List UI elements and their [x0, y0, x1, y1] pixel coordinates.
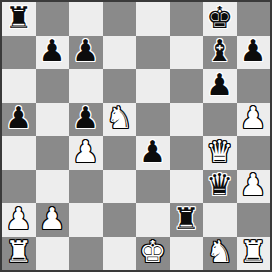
- square-e5[interactable]: [136, 103, 170, 137]
- square-g1[interactable]: ♞: [203, 237, 237, 271]
- square-g5[interactable]: [203, 103, 237, 137]
- square-h5[interactable]: ♟: [237, 103, 271, 137]
- square-c6[interactable]: [69, 69, 103, 103]
- chess-board: ♜♚♟♟♝♟♟♟♟♞♟♟♟♛♛♟♟♟♜♜♚♞♜: [2, 2, 270, 270]
- piece-white-knight: ♞: [106, 103, 133, 133]
- square-h2[interactable]: [237, 203, 271, 237]
- piece-black-pawn: ♟: [72, 36, 99, 66]
- square-d1[interactable]: [103, 237, 137, 271]
- square-h8[interactable]: [237, 2, 271, 36]
- piece-white-rook: ♜: [5, 237, 32, 267]
- square-c7[interactable]: ♟: [69, 36, 103, 70]
- square-a1[interactable]: ♜: [2, 237, 36, 271]
- piece-black-pawn: ♟: [72, 103, 99, 133]
- square-h7[interactable]: ♟: [237, 36, 271, 70]
- piece-black-rook: ♜: [173, 204, 200, 234]
- square-e7[interactable]: [136, 36, 170, 70]
- square-c3[interactable]: [69, 170, 103, 204]
- square-d5[interactable]: ♞: [103, 103, 137, 137]
- square-f6[interactable]: [170, 69, 204, 103]
- square-b2[interactable]: ♟: [36, 203, 70, 237]
- square-c1[interactable]: [69, 237, 103, 271]
- square-g4[interactable]: ♛: [203, 136, 237, 170]
- square-a3[interactable]: [2, 170, 36, 204]
- square-h6[interactable]: [237, 69, 271, 103]
- square-e1[interactable]: ♚: [136, 237, 170, 271]
- square-f3[interactable]: [170, 170, 204, 204]
- square-f1[interactable]: [170, 237, 204, 271]
- square-e6[interactable]: [136, 69, 170, 103]
- square-g6[interactable]: ♟: [203, 69, 237, 103]
- square-b4[interactable]: [36, 136, 70, 170]
- piece-white-pawn: ♟: [72, 137, 99, 167]
- piece-black-pawn: ♟: [240, 36, 267, 66]
- square-f2[interactable]: ♜: [170, 203, 204, 237]
- square-c2[interactable]: [69, 203, 103, 237]
- square-a6[interactable]: [2, 69, 36, 103]
- square-e2[interactable]: [136, 203, 170, 237]
- square-a7[interactable]: [2, 36, 36, 70]
- piece-black-pawn: ♟: [206, 70, 233, 100]
- square-a4[interactable]: [2, 136, 36, 170]
- square-h1[interactable]: ♜: [237, 237, 271, 271]
- square-b5[interactable]: [36, 103, 70, 137]
- square-d8[interactable]: [103, 2, 137, 36]
- square-e8[interactable]: [136, 2, 170, 36]
- square-a5[interactable]: ♟: [2, 103, 36, 137]
- piece-white-pawn: ♟: [240, 170, 267, 200]
- piece-white-pawn: ♟: [5, 204, 32, 234]
- square-g8[interactable]: ♚: [203, 2, 237, 36]
- square-g3[interactable]: ♛: [203, 170, 237, 204]
- piece-black-pawn: ♟: [39, 36, 66, 66]
- square-b7[interactable]: ♟: [36, 36, 70, 70]
- square-c5[interactable]: ♟: [69, 103, 103, 137]
- square-d2[interactable]: [103, 203, 137, 237]
- square-f4[interactable]: [170, 136, 204, 170]
- piece-white-rook: ♜: [240, 237, 267, 267]
- square-a8[interactable]: ♜: [2, 2, 36, 36]
- square-e4[interactable]: ♟: [136, 136, 170, 170]
- piece-black-pawn: ♟: [139, 137, 166, 167]
- piece-white-knight: ♞: [206, 237, 233, 267]
- square-d4[interactable]: [103, 136, 137, 170]
- square-b3[interactable]: [36, 170, 70, 204]
- piece-black-bishop: ♝: [206, 36, 233, 66]
- square-a2[interactable]: ♟: [2, 203, 36, 237]
- square-b1[interactable]: [36, 237, 70, 271]
- square-e3[interactable]: [136, 170, 170, 204]
- square-g7[interactable]: ♝: [203, 36, 237, 70]
- piece-white-king: ♚: [139, 237, 166, 267]
- square-c8[interactable]: [69, 2, 103, 36]
- piece-white-pawn: ♟: [39, 204, 66, 234]
- square-g2[interactable]: [203, 203, 237, 237]
- square-c4[interactable]: ♟: [69, 136, 103, 170]
- piece-black-king: ♚: [206, 3, 233, 33]
- square-d3[interactable]: [103, 170, 137, 204]
- piece-black-rook: ♜: [5, 3, 32, 33]
- square-h4[interactable]: [237, 136, 271, 170]
- square-b6[interactable]: [36, 69, 70, 103]
- piece-black-pawn: ♟: [5, 103, 32, 133]
- square-f8[interactable]: [170, 2, 204, 36]
- square-f5[interactable]: [170, 103, 204, 137]
- piece-white-pawn: ♟: [240, 103, 267, 133]
- square-d6[interactable]: [103, 69, 137, 103]
- square-d7[interactable]: [103, 36, 137, 70]
- square-b8[interactable]: [36, 2, 70, 36]
- piece-white-queen: ♛: [206, 137, 233, 167]
- piece-black-queen: ♛: [206, 170, 233, 200]
- square-h3[interactable]: ♟: [237, 170, 271, 204]
- chess-board-frame: ♜♚♟♟♝♟♟♟♟♞♟♟♟♛♛♟♟♟♜♜♚♞♜: [0, 0, 272, 272]
- square-f7[interactable]: [170, 36, 204, 70]
